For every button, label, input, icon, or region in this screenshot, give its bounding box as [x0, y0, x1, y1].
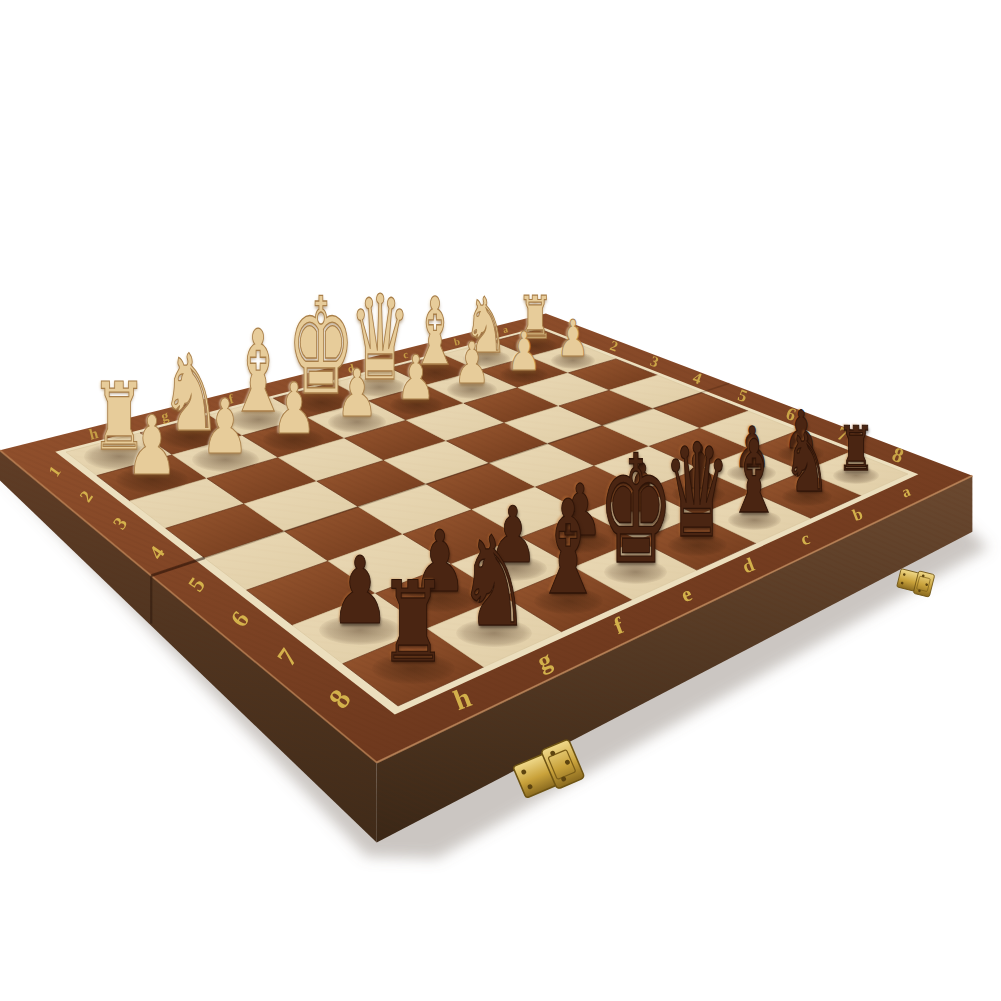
piece-black-rook-h8[interactable]: ♜ — [379, 567, 447, 679]
piece-black-bishop-f8[interactable]: ♝ — [533, 483, 604, 613]
piece-black-queen-d8[interactable]: ♛ — [664, 427, 731, 557]
piece-white-pawn-d2[interactable]: ♟ — [397, 348, 436, 409]
piece-black-rook-a8[interactable]: ♜ — [837, 418, 875, 480]
piece-black-king-e8[interactable]: ♚ — [598, 436, 674, 586]
piece-black-knight-b8[interactable]: ♞ — [784, 422, 831, 504]
piece-white-pawn-h2[interactable]: ♟ — [126, 405, 178, 487]
piece-black-knight-g8[interactable]: ♞ — [459, 520, 530, 644]
piece-white-pawn-a2[interactable]: ♟ — [557, 313, 589, 364]
piece-white-pawn-g2[interactable]: ♟ — [201, 389, 250, 465]
piece-black-bishop-c8[interactable]: ♝ — [727, 427, 782, 528]
piece-white-pawn-e2[interactable]: ♟ — [336, 361, 378, 427]
piece-white-pawn-f2[interactable]: ♟ — [271, 375, 316, 445]
piece-white-pawn-c2[interactable]: ♟ — [454, 336, 491, 394]
piece-white-pawn-b2[interactable]: ♟ — [507, 324, 542, 378]
chess-set-photo: 12345678hgfedcba12345678hgfedcba ♜♞♟♝♟♛♟… — [0, 0, 1001, 1001]
